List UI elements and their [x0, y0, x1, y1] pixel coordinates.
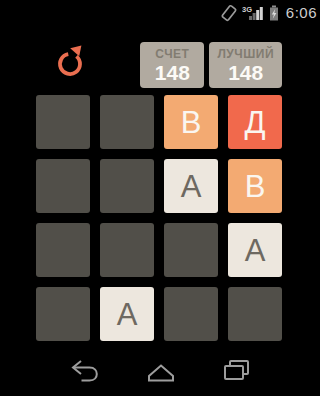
navigation-bar	[0, 346, 320, 396]
tile: А	[228, 223, 282, 277]
network-label: 3G	[242, 5, 252, 14]
home-icon	[144, 356, 178, 386]
empty-cell	[164, 223, 218, 277]
tile: В	[164, 95, 218, 149]
best-value: 148	[228, 61, 263, 85]
restart-arrow-icon	[53, 40, 89, 80]
tile: А	[100, 287, 154, 341]
recents-icon	[220, 356, 252, 386]
restart-button[interactable]	[53, 40, 89, 80]
empty-cell	[100, 159, 154, 213]
phone-screen: 3G 6:06 СЧЕТ 148 ЛУЧШИЙ 148 ВДАВАА	[0, 0, 320, 396]
board[interactable]: ВДАВАА	[36, 95, 282, 341]
score-value: 148	[155, 61, 190, 85]
empty-cell	[36, 287, 90, 341]
back-icon	[68, 356, 100, 386]
empty-cell	[228, 287, 282, 341]
score-badge: СЧЕТ 148	[140, 42, 204, 88]
recents-button[interactable]	[220, 356, 252, 386]
signal-3g-icon: 3G	[242, 3, 264, 23]
empty-cell	[164, 287, 218, 341]
tile: Д	[228, 95, 282, 149]
best-label: ЛУЧШИЙ	[217, 47, 274, 61]
back-button[interactable]	[68, 356, 100, 386]
empty-cell	[100, 95, 154, 149]
empty-cell	[100, 223, 154, 277]
tile: А	[164, 159, 218, 213]
tile: В	[228, 159, 282, 213]
empty-cell	[36, 159, 90, 213]
score-label: СЧЕТ	[155, 47, 189, 61]
battery-charging-icon	[268, 3, 280, 23]
best-badge: ЛУЧШИЙ 148	[209, 42, 282, 88]
empty-cell	[36, 95, 90, 149]
home-button[interactable]	[144, 356, 176, 386]
score-badges: СЧЕТ 148 ЛУЧШИЙ 148	[140, 42, 282, 88]
vibrate-icon	[220, 3, 238, 23]
status-clock: 6:06	[286, 4, 317, 21]
status-bar: 3G 6:06	[0, 0, 320, 25]
empty-cell	[36, 223, 90, 277]
